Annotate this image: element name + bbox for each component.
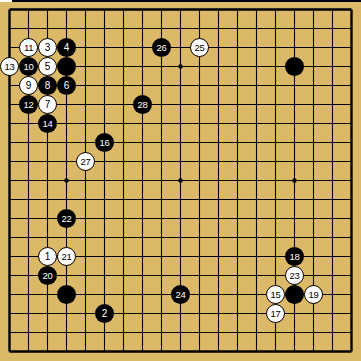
intersection <box>76 38 95 57</box>
intersection <box>190 133 209 152</box>
intersection: 4 <box>57 38 76 57</box>
intersection <box>95 228 114 247</box>
intersection <box>38 209 57 228</box>
intersection <box>304 19 323 38</box>
intersection <box>114 0 133 19</box>
intersection <box>323 152 342 171</box>
intersection <box>285 76 304 95</box>
move-number: 24 <box>176 289 186 299</box>
intersection <box>228 247 247 266</box>
intersection <box>266 0 285 19</box>
intersection <box>76 209 95 228</box>
intersection: 6 <box>57 76 76 95</box>
intersection <box>228 342 247 361</box>
intersection <box>228 133 247 152</box>
intersection <box>152 76 171 95</box>
intersection <box>133 209 152 228</box>
intersection: 7 <box>38 95 57 114</box>
black-stone-move-26: 26 <box>152 38 171 57</box>
intersection <box>133 247 152 266</box>
intersection <box>304 228 323 247</box>
intersection <box>0 114 19 133</box>
intersection <box>190 190 209 209</box>
intersection <box>133 171 152 190</box>
intersection <box>323 304 342 323</box>
intersection <box>171 19 190 38</box>
move-number: 20 <box>43 270 53 280</box>
intersection <box>95 114 114 133</box>
intersection <box>19 266 38 285</box>
intersection <box>114 114 133 133</box>
intersection <box>152 95 171 114</box>
intersection <box>19 152 38 171</box>
intersection <box>171 76 190 95</box>
intersection <box>342 228 361 247</box>
intersection <box>171 57 190 76</box>
intersection <box>247 152 266 171</box>
intersection <box>38 171 57 190</box>
intersection <box>228 95 247 114</box>
intersection <box>323 247 342 266</box>
white-stone-move-1: 1 <box>38 247 57 266</box>
intersection <box>323 133 342 152</box>
intersection <box>76 133 95 152</box>
intersection <box>19 190 38 209</box>
intersection <box>95 76 114 95</box>
intersection <box>114 190 133 209</box>
intersection <box>285 171 304 190</box>
intersection <box>76 285 95 304</box>
move-number: 19 <box>309 289 319 299</box>
intersection <box>209 171 228 190</box>
intersection <box>19 342 38 361</box>
intersection <box>247 95 266 114</box>
intersection <box>57 95 76 114</box>
intersection <box>95 95 114 114</box>
intersection <box>95 323 114 342</box>
intersection <box>38 152 57 171</box>
intersection: 11 <box>19 38 38 57</box>
move-number: 2 <box>102 308 108 318</box>
intersection <box>247 171 266 190</box>
intersection <box>133 57 152 76</box>
intersection <box>190 285 209 304</box>
intersection <box>228 57 247 76</box>
intersection <box>152 323 171 342</box>
intersection <box>95 19 114 38</box>
intersection <box>38 19 57 38</box>
intersection <box>38 285 57 304</box>
intersection: 5 <box>38 57 57 76</box>
intersection <box>247 247 266 266</box>
intersection: 13 <box>0 57 19 76</box>
intersection <box>57 304 76 323</box>
intersection <box>95 152 114 171</box>
intersection <box>114 171 133 190</box>
intersection <box>285 57 304 76</box>
intersection <box>247 323 266 342</box>
move-number: 28 <box>138 99 148 109</box>
intersection <box>209 0 228 19</box>
intersection <box>38 323 57 342</box>
intersection <box>171 209 190 228</box>
move-number: 1 <box>45 251 51 261</box>
intersection <box>38 228 57 247</box>
intersection <box>19 304 38 323</box>
intersection <box>114 247 133 266</box>
intersection <box>190 95 209 114</box>
move-number: 5 <box>45 61 51 71</box>
intersection <box>57 133 76 152</box>
intersection <box>304 342 323 361</box>
intersection <box>228 190 247 209</box>
intersection: 3 <box>38 38 57 57</box>
intersection <box>38 342 57 361</box>
intersection <box>114 76 133 95</box>
intersection <box>304 152 323 171</box>
intersection <box>152 266 171 285</box>
intersection <box>304 190 323 209</box>
intersection <box>342 209 361 228</box>
intersection <box>190 0 209 19</box>
intersection <box>304 133 323 152</box>
intersection <box>114 304 133 323</box>
move-number: 16 <box>100 137 110 147</box>
intersection <box>133 0 152 19</box>
intersection <box>0 228 19 247</box>
intersection <box>0 285 19 304</box>
intersection <box>114 95 133 114</box>
move-number: 10 <box>24 61 34 71</box>
intersection <box>76 266 95 285</box>
intersection <box>190 114 209 133</box>
intersection <box>266 76 285 95</box>
intersection <box>95 190 114 209</box>
intersection <box>171 190 190 209</box>
intersection <box>152 133 171 152</box>
move-number: 7 <box>45 99 51 109</box>
intersection <box>323 323 342 342</box>
kifu-diagram: 1134262513105986127281416272212118202324… <box>0 0 361 361</box>
intersection <box>342 266 361 285</box>
intersection <box>323 0 342 19</box>
intersection <box>342 133 361 152</box>
intersection <box>342 323 361 342</box>
intersection <box>114 342 133 361</box>
intersection <box>0 152 19 171</box>
intersection <box>323 190 342 209</box>
intersection <box>285 342 304 361</box>
intersection <box>285 114 304 133</box>
intersection <box>95 266 114 285</box>
black-stone-move-22: 22 <box>57 209 76 228</box>
intersection <box>0 190 19 209</box>
intersection <box>190 266 209 285</box>
intersection <box>19 209 38 228</box>
intersection <box>114 57 133 76</box>
black-stone-move-24: 24 <box>171 285 190 304</box>
intersection <box>190 247 209 266</box>
intersection <box>57 19 76 38</box>
intersection <box>209 57 228 76</box>
black-stone-move-12: 12 <box>19 95 38 114</box>
intersection <box>171 114 190 133</box>
move-number: 25 <box>195 42 205 52</box>
white-stone-move-9: 9 <box>19 76 38 95</box>
intersection <box>285 0 304 19</box>
move-number: 11 <box>24 42 33 52</box>
intersection <box>209 152 228 171</box>
intersection <box>228 171 247 190</box>
intersection <box>114 19 133 38</box>
intersection <box>95 247 114 266</box>
intersection <box>266 247 285 266</box>
intersection <box>19 228 38 247</box>
intersection <box>285 38 304 57</box>
intersection <box>247 304 266 323</box>
intersection <box>0 323 19 342</box>
intersection <box>304 95 323 114</box>
intersection <box>114 228 133 247</box>
intersection: 1 <box>38 247 57 266</box>
intersection <box>247 57 266 76</box>
intersection <box>304 0 323 19</box>
intersection <box>228 266 247 285</box>
intersection <box>0 76 19 95</box>
intersection <box>266 57 285 76</box>
intersection: 8 <box>38 76 57 95</box>
intersection: 23 <box>285 266 304 285</box>
intersection <box>19 114 38 133</box>
intersection <box>266 266 285 285</box>
intersection <box>133 228 152 247</box>
intersection <box>0 266 19 285</box>
move-number: 18 <box>290 251 300 261</box>
intersection: 21 <box>57 247 76 266</box>
intersection <box>247 190 266 209</box>
intersection <box>190 228 209 247</box>
intersection <box>247 342 266 361</box>
intersection <box>342 19 361 38</box>
intersection <box>247 133 266 152</box>
intersection <box>57 323 76 342</box>
move-number: 9 <box>26 80 32 90</box>
intersection <box>95 0 114 19</box>
intersection: 28 <box>133 95 152 114</box>
move-number: 21 <box>62 251 72 261</box>
intersection <box>342 285 361 304</box>
intersection <box>228 38 247 57</box>
intersection <box>285 19 304 38</box>
intersection <box>342 57 361 76</box>
white-stone-move-23: 23 <box>285 266 304 285</box>
intersection <box>76 95 95 114</box>
white-stone-move-19: 19 <box>304 285 323 304</box>
white-stone-move-25: 25 <box>190 38 209 57</box>
intersection <box>114 152 133 171</box>
intersection: 12 <box>19 95 38 114</box>
intersection <box>247 114 266 133</box>
intersection <box>209 304 228 323</box>
intersection <box>76 190 95 209</box>
intersection <box>133 323 152 342</box>
intersection <box>152 152 171 171</box>
move-number: 12 <box>24 99 34 109</box>
go-board-grid: 1134262513105986127281416272212118202324… <box>0 0 361 361</box>
intersection <box>323 266 342 285</box>
black-stone-handicap <box>285 285 304 304</box>
intersection <box>152 304 171 323</box>
intersection <box>247 19 266 38</box>
intersection <box>342 76 361 95</box>
intersection <box>57 0 76 19</box>
black-stone-move-28: 28 <box>133 95 152 114</box>
intersection <box>95 209 114 228</box>
white-stone-move-15: 15 <box>266 285 285 304</box>
move-number: 22 <box>62 213 72 223</box>
intersection <box>152 19 171 38</box>
intersection <box>342 0 361 19</box>
intersection <box>133 38 152 57</box>
intersection <box>114 209 133 228</box>
move-number: 3 <box>45 42 51 52</box>
intersection <box>209 95 228 114</box>
intersection <box>171 133 190 152</box>
intersection <box>247 38 266 57</box>
move-number: 23 <box>290 270 300 280</box>
intersection <box>266 38 285 57</box>
intersection <box>304 171 323 190</box>
intersection: 19 <box>304 285 323 304</box>
black-stone-handicap <box>285 57 304 76</box>
intersection <box>133 304 152 323</box>
intersection <box>285 95 304 114</box>
intersection <box>57 266 76 285</box>
intersection <box>323 209 342 228</box>
intersection <box>38 190 57 209</box>
intersection <box>95 38 114 57</box>
move-number: 4 <box>64 42 70 52</box>
intersection <box>38 0 57 19</box>
intersection <box>228 209 247 228</box>
intersection <box>57 171 76 190</box>
black-stone-move-8: 8 <box>38 76 57 95</box>
intersection <box>228 323 247 342</box>
intersection: 2 <box>95 304 114 323</box>
intersection <box>323 285 342 304</box>
intersection: 24 <box>171 285 190 304</box>
intersection <box>171 38 190 57</box>
white-stone-move-3: 3 <box>38 38 57 57</box>
go-board: 1134262513105986127281416272212118202324… <box>0 0 361 361</box>
intersection <box>133 266 152 285</box>
intersection: 25 <box>190 38 209 57</box>
intersection <box>133 342 152 361</box>
move-number: 17 <box>271 308 281 318</box>
intersection <box>247 285 266 304</box>
intersection <box>342 342 361 361</box>
intersection <box>133 152 152 171</box>
intersection <box>304 323 323 342</box>
intersection <box>152 57 171 76</box>
intersection <box>190 171 209 190</box>
intersection <box>323 114 342 133</box>
intersection <box>152 342 171 361</box>
move-number: 27 <box>81 156 91 166</box>
black-stone-move-16: 16 <box>95 133 114 152</box>
intersection <box>247 76 266 95</box>
intersection <box>76 342 95 361</box>
intersection <box>209 76 228 95</box>
black-stone-move-2: 2 <box>95 304 114 323</box>
black-stone-move-10: 10 <box>19 57 38 76</box>
intersection <box>57 114 76 133</box>
intersection <box>190 323 209 342</box>
intersection <box>285 323 304 342</box>
intersection <box>190 19 209 38</box>
intersection: 18 <box>285 247 304 266</box>
intersection <box>38 304 57 323</box>
intersection <box>171 0 190 19</box>
intersection <box>304 38 323 57</box>
intersection <box>266 228 285 247</box>
intersection <box>171 247 190 266</box>
intersection <box>285 190 304 209</box>
black-stone-handicap <box>57 285 76 304</box>
intersection <box>209 209 228 228</box>
intersection <box>152 0 171 19</box>
intersection <box>0 342 19 361</box>
intersection <box>133 133 152 152</box>
intersection <box>266 19 285 38</box>
intersection <box>323 95 342 114</box>
intersection <box>190 209 209 228</box>
intersection <box>57 228 76 247</box>
intersection <box>342 171 361 190</box>
intersection <box>95 285 114 304</box>
intersection <box>57 57 76 76</box>
intersection <box>209 247 228 266</box>
intersection: 10 <box>19 57 38 76</box>
intersection <box>114 285 133 304</box>
intersection <box>266 114 285 133</box>
white-stone-move-5: 5 <box>38 57 57 76</box>
intersection <box>342 152 361 171</box>
intersection <box>133 76 152 95</box>
black-stone-move-6: 6 <box>57 76 76 95</box>
intersection <box>152 114 171 133</box>
intersection <box>209 133 228 152</box>
intersection <box>0 0 19 19</box>
intersection: 27 <box>76 152 95 171</box>
intersection <box>190 57 209 76</box>
intersection <box>190 342 209 361</box>
intersection <box>152 228 171 247</box>
intersection <box>76 57 95 76</box>
intersection <box>304 114 323 133</box>
intersection <box>304 304 323 323</box>
intersection <box>342 95 361 114</box>
white-stone-move-21: 21 <box>57 247 76 266</box>
intersection <box>19 247 38 266</box>
intersection: 22 <box>57 209 76 228</box>
intersection <box>266 95 285 114</box>
intersection <box>285 133 304 152</box>
intersection <box>152 171 171 190</box>
intersection <box>323 57 342 76</box>
intersection <box>19 285 38 304</box>
move-number: 26 <box>157 42 167 52</box>
